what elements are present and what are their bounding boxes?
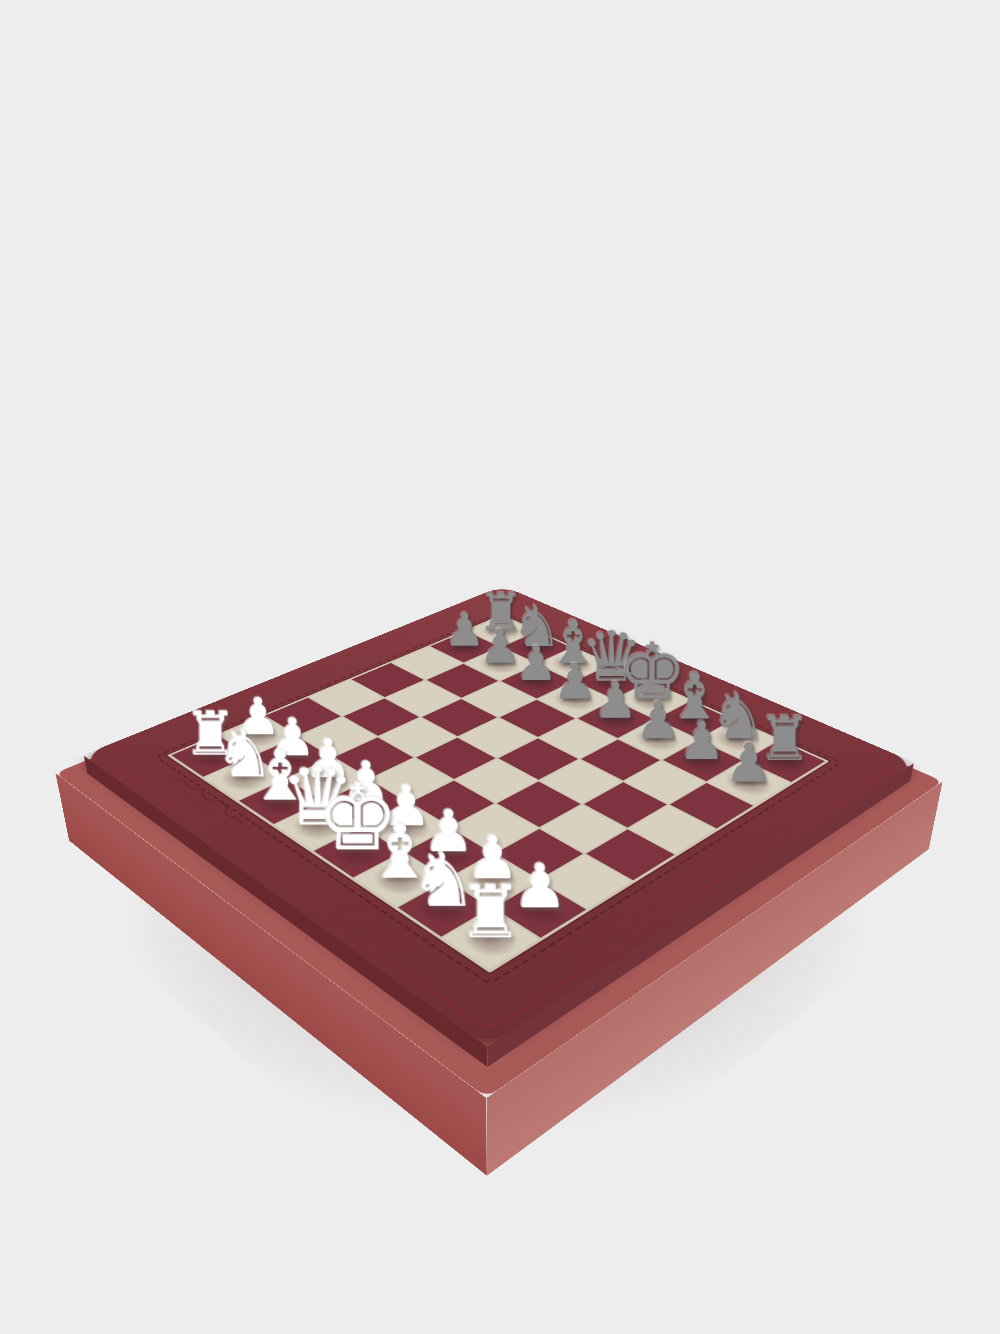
product-photo: ♜♞♝♛♚♝♞♜♟♟♟♟♟♟♟♟♟♟♟♟♟♟♟♟♜♞♝♛♚♝♞♜ — [0, 0, 1000, 1334]
grey-pawn: ♟ — [635, 695, 681, 746]
grey-pawn: ♟ — [594, 676, 639, 726]
photo-stage: ♜♞♝♛♚♝♞♜♟♟♟♟♟♟♟♟♟♟♟♟♟♟♟♟♜♞♝♛♚♝♞♜ — [0, 0, 1000, 1334]
grey-pawn: ♟ — [554, 658, 598, 707]
square-d6 — [500, 700, 575, 737]
grey-pawn: ♟ — [679, 715, 726, 767]
grey-pawn: ♟ — [516, 640, 559, 687]
grey-pawn: ♟ — [725, 736, 773, 790]
white-rook: ♜ — [458, 876, 523, 949]
